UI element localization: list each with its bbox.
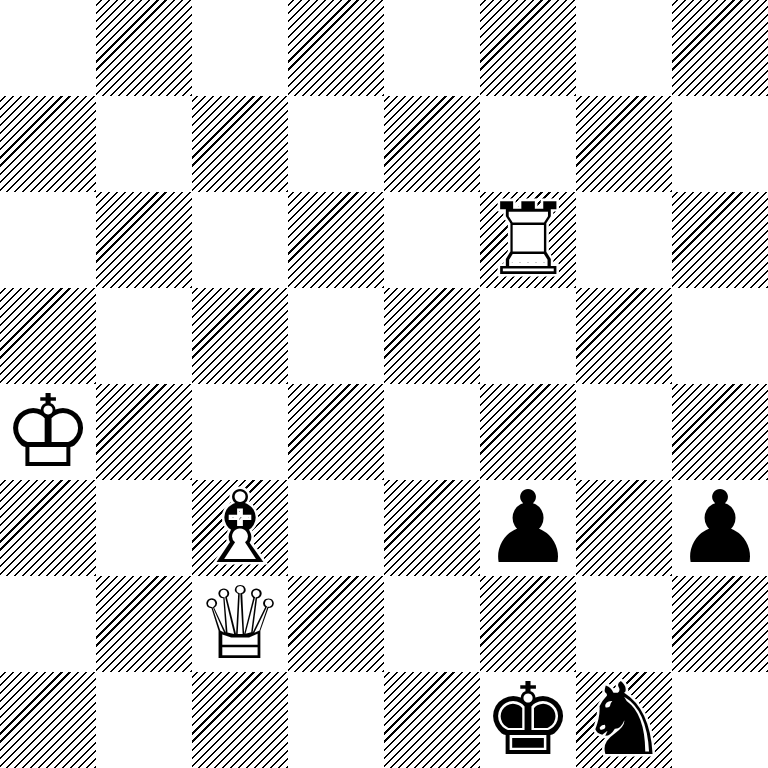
square-c8[interactable] bbox=[192, 0, 288, 96]
square-a2[interactable] bbox=[0, 576, 96, 672]
square-a4[interactable]: ♚♔ bbox=[0, 384, 96, 480]
square-e1[interactable] bbox=[384, 672, 480, 768]
square-h3[interactable]: ♟♟ bbox=[672, 480, 768, 576]
square-h4[interactable] bbox=[672, 384, 768, 480]
square-f1[interactable]: ♚♚ bbox=[480, 672, 576, 768]
square-b6[interactable] bbox=[96, 192, 192, 288]
square-g1[interactable]: ♞♞ bbox=[576, 672, 672, 768]
square-c1[interactable] bbox=[192, 672, 288, 768]
chess-board: ♜♖♚♔♝♗♟♟♟♟♛♕♚♚♞♞ bbox=[0, 0, 768, 768]
square-c7[interactable] bbox=[192, 96, 288, 192]
square-b8[interactable] bbox=[96, 0, 192, 96]
square-e7[interactable] bbox=[384, 96, 480, 192]
square-c4[interactable] bbox=[192, 384, 288, 480]
piece-white-bishop[interactable]: ♗ bbox=[192, 480, 288, 576]
square-f4[interactable] bbox=[480, 384, 576, 480]
square-d4[interactable] bbox=[288, 384, 384, 480]
square-d6[interactable] bbox=[288, 192, 384, 288]
piece-black-pawn[interactable]: ♟ bbox=[480, 480, 576, 576]
square-e4[interactable] bbox=[384, 384, 480, 480]
square-d7[interactable] bbox=[288, 96, 384, 192]
piece-black-king[interactable]: ♚ bbox=[480, 672, 576, 768]
square-e6[interactable] bbox=[384, 192, 480, 288]
square-h5[interactable] bbox=[672, 288, 768, 384]
square-e3[interactable] bbox=[384, 480, 480, 576]
square-f2[interactable] bbox=[480, 576, 576, 672]
square-e8[interactable] bbox=[384, 0, 480, 96]
piece-white-king[interactable]: ♔ bbox=[0, 384, 96, 480]
square-f8[interactable] bbox=[480, 0, 576, 96]
square-f3[interactable]: ♟♟ bbox=[480, 480, 576, 576]
square-e5[interactable] bbox=[384, 288, 480, 384]
square-d2[interactable] bbox=[288, 576, 384, 672]
square-g2[interactable] bbox=[576, 576, 672, 672]
square-h2[interactable] bbox=[672, 576, 768, 672]
square-h1[interactable] bbox=[672, 672, 768, 768]
square-c2[interactable]: ♛♕ bbox=[192, 576, 288, 672]
piece-black-pawn[interactable]: ♟ bbox=[672, 480, 768, 576]
square-a6[interactable] bbox=[0, 192, 96, 288]
square-g5[interactable] bbox=[576, 288, 672, 384]
square-g4[interactable] bbox=[576, 384, 672, 480]
square-b4[interactable] bbox=[96, 384, 192, 480]
square-d1[interactable] bbox=[288, 672, 384, 768]
square-d3[interactable] bbox=[288, 480, 384, 576]
square-a5[interactable] bbox=[0, 288, 96, 384]
square-d8[interactable] bbox=[288, 0, 384, 96]
square-b7[interactable] bbox=[96, 96, 192, 192]
square-b3[interactable] bbox=[96, 480, 192, 576]
square-h6[interactable] bbox=[672, 192, 768, 288]
square-b2[interactable] bbox=[96, 576, 192, 672]
piece-white-queen[interactable]: ♕ bbox=[192, 576, 288, 672]
square-g3[interactable] bbox=[576, 480, 672, 576]
square-g7[interactable] bbox=[576, 96, 672, 192]
square-a3[interactable] bbox=[0, 480, 96, 576]
square-a1[interactable] bbox=[0, 672, 96, 768]
piece-white-rook[interactable]: ♖ bbox=[480, 192, 576, 288]
square-b5[interactable] bbox=[96, 288, 192, 384]
square-h8[interactable] bbox=[672, 0, 768, 96]
square-f5[interactable] bbox=[480, 288, 576, 384]
square-c3[interactable]: ♝♗ bbox=[192, 480, 288, 576]
square-a7[interactable] bbox=[0, 96, 96, 192]
square-c5[interactable] bbox=[192, 288, 288, 384]
square-a8[interactable] bbox=[0, 0, 96, 96]
square-f7[interactable] bbox=[480, 96, 576, 192]
square-g6[interactable] bbox=[576, 192, 672, 288]
square-f6[interactable]: ♜♖ bbox=[480, 192, 576, 288]
square-e2[interactable] bbox=[384, 576, 480, 672]
square-d5[interactable] bbox=[288, 288, 384, 384]
square-h7[interactable] bbox=[672, 96, 768, 192]
piece-black-knight[interactable]: ♞ bbox=[576, 672, 672, 768]
square-c6[interactable] bbox=[192, 192, 288, 288]
square-b1[interactable] bbox=[96, 672, 192, 768]
square-g8[interactable] bbox=[576, 0, 672, 96]
